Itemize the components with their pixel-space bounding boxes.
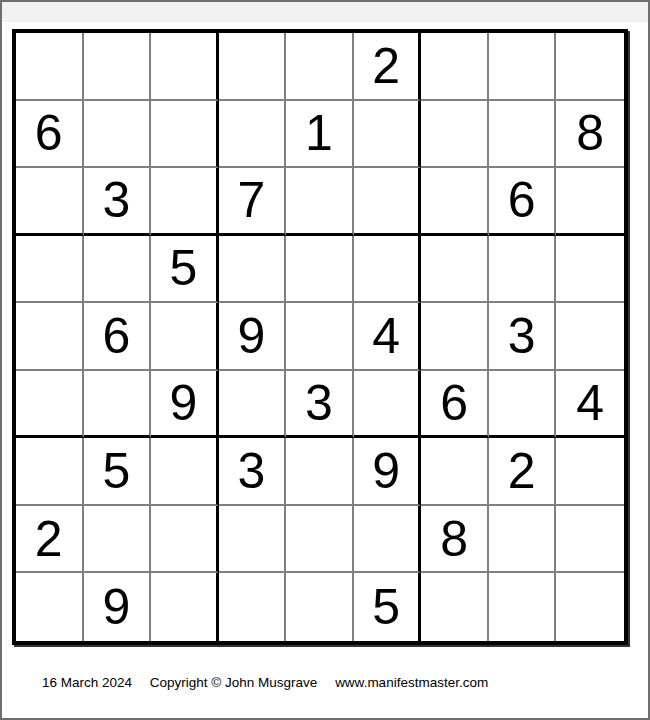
cell-r4c8 <box>489 236 557 304</box>
sudoku-board: 261837656943936453922895 <box>12 29 628 645</box>
cell-r3c4: 7 <box>219 168 287 236</box>
cell-r4c4 <box>219 236 287 304</box>
cell-r6c8 <box>489 371 557 439</box>
cell-r8c7: 8 <box>421 506 489 574</box>
cell-r5c3 <box>151 303 219 371</box>
cell-r9c7 <box>421 573 489 641</box>
cell-r4c7 <box>421 236 489 304</box>
cell-r2c4 <box>219 101 287 169</box>
cell-r2c2 <box>84 101 152 169</box>
cell-r1c3 <box>151 33 219 101</box>
cell-r5c4: 9 <box>219 303 287 371</box>
cell-r8c3 <box>151 506 219 574</box>
cell-r2c7 <box>421 101 489 169</box>
cell-r8c9 <box>556 506 624 574</box>
cell-r7c3 <box>151 438 219 506</box>
cell-r6c1 <box>16 371 84 439</box>
cell-r2c6 <box>354 101 422 169</box>
footer-website: www.manifestmaster.com <box>335 675 488 690</box>
cell-r4c6 <box>354 236 422 304</box>
footer-copyright: Copyright © John Musgrave <box>150 675 318 690</box>
cell-r5c1 <box>16 303 84 371</box>
cell-r8c6 <box>354 506 422 574</box>
cell-r8c5 <box>286 506 354 574</box>
cell-r7c2: 5 <box>84 438 152 506</box>
cell-r7c5 <box>286 438 354 506</box>
cell-r7c4: 3 <box>219 438 287 506</box>
cell-r5c9 <box>556 303 624 371</box>
cell-r6c6 <box>354 371 422 439</box>
cell-r8c8 <box>489 506 557 574</box>
cell-r4c5 <box>286 236 354 304</box>
cell-r5c8: 3 <box>489 303 557 371</box>
cell-r3c9 <box>556 168 624 236</box>
cell-r3c6 <box>354 168 422 236</box>
cell-r9c2: 9 <box>84 573 152 641</box>
cell-r9c5 <box>286 573 354 641</box>
cell-r1c4 <box>219 33 287 101</box>
cell-r5c2: 6 <box>84 303 152 371</box>
cell-r1c9 <box>556 33 624 101</box>
cell-r2c8 <box>489 101 557 169</box>
puzzle-page: 261837656943936453922895 16 March 2024 C… <box>0 0 650 720</box>
cell-r2c1: 6 <box>16 101 84 169</box>
cell-r1c2 <box>84 33 152 101</box>
cell-r5c6: 4 <box>354 303 422 371</box>
cell-r1c6: 2 <box>354 33 422 101</box>
cell-r8c4 <box>219 506 287 574</box>
cell-r7c6: 9 <box>354 438 422 506</box>
cell-r4c1 <box>16 236 84 304</box>
cell-r3c1 <box>16 168 84 236</box>
cell-r1c1 <box>16 33 84 101</box>
cell-r5c5 <box>286 303 354 371</box>
cell-r6c3: 9 <box>151 371 219 439</box>
cell-r9c9 <box>556 573 624 641</box>
cell-r6c4 <box>219 371 287 439</box>
cell-r2c5: 1 <box>286 101 354 169</box>
cell-r6c2 <box>84 371 152 439</box>
cell-r9c1 <box>16 573 84 641</box>
cell-r8c1: 2 <box>16 506 84 574</box>
cell-r9c3 <box>151 573 219 641</box>
cell-r2c9: 8 <box>556 101 624 169</box>
cell-r7c9 <box>556 438 624 506</box>
cell-r6c9: 4 <box>556 371 624 439</box>
cell-r4c3: 5 <box>151 236 219 304</box>
cell-r7c8: 2 <box>489 438 557 506</box>
cell-r7c1 <box>16 438 84 506</box>
cell-r7c7 <box>421 438 489 506</box>
cell-r6c5: 3 <box>286 371 354 439</box>
cell-r3c8: 6 <box>489 168 557 236</box>
sudoku-board-container: 261837656943936453922895 <box>12 29 628 645</box>
cell-r5c7 <box>421 303 489 371</box>
cell-r1c7 <box>421 33 489 101</box>
cell-r3c5 <box>286 168 354 236</box>
cell-r1c8 <box>489 33 557 101</box>
cell-r9c8 <box>489 573 557 641</box>
window-top-strip <box>2 2 648 22</box>
cell-r6c7: 6 <box>421 371 489 439</box>
cell-r1c5 <box>286 33 354 101</box>
cell-r3c2: 3 <box>84 168 152 236</box>
cell-r8c2 <box>84 506 152 574</box>
footer: 16 March 2024 Copyright © John Musgrave … <box>42 675 488 690</box>
cell-r3c7 <box>421 168 489 236</box>
cell-r3c3 <box>151 168 219 236</box>
cell-r4c2 <box>84 236 152 304</box>
cell-r9c6: 5 <box>354 573 422 641</box>
footer-date: 16 March 2024 <box>42 675 132 690</box>
cell-r4c9 <box>556 236 624 304</box>
cell-r2c3 <box>151 101 219 169</box>
cell-r9c4 <box>219 573 287 641</box>
